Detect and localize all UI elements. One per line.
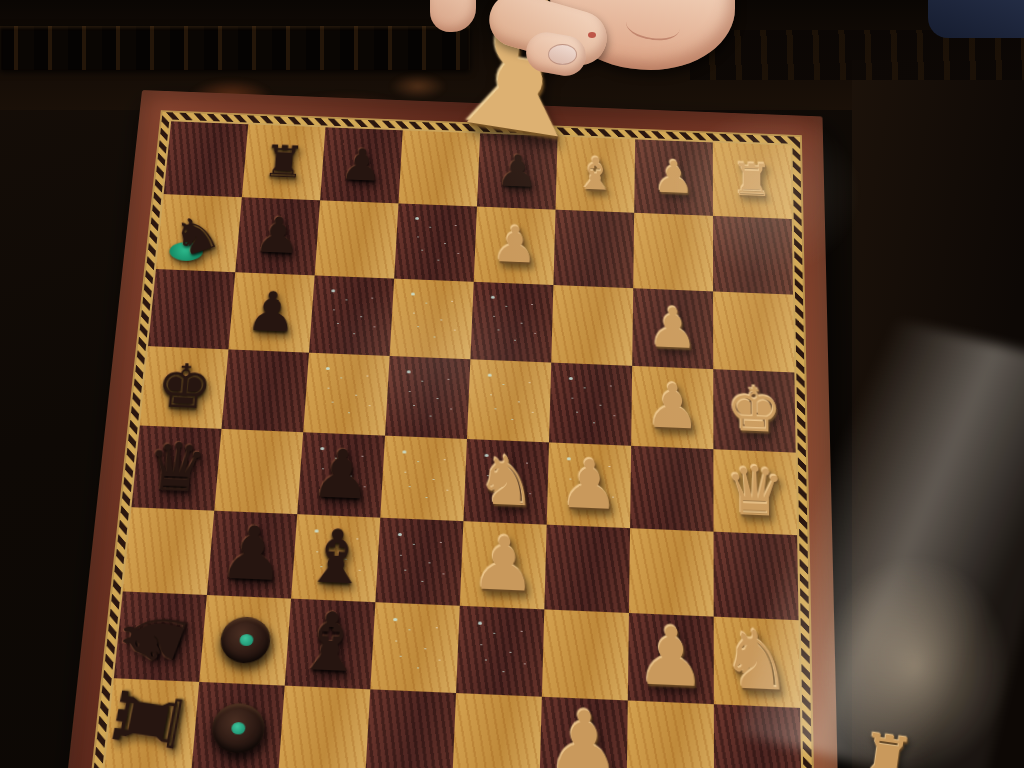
black-rook-a8[interactable]: ♜ bbox=[105, 678, 200, 768]
black-rook-h7[interactable]: ♜ bbox=[242, 124, 326, 200]
black-queen-d8[interactable]: ♛ bbox=[131, 425, 221, 510]
square-b4[interactable] bbox=[456, 606, 544, 697]
upside-down-pawn-base bbox=[219, 616, 272, 665]
square-g1[interactable] bbox=[713, 216, 793, 295]
clothing-corner bbox=[928, 0, 1024, 38]
white-pawn-b2[interactable]: ♟ bbox=[628, 613, 714, 704]
square-a1[interactable] bbox=[714, 704, 802, 768]
playing-area-border: ♚♛♜♞♞♝♟♟♟♟♟♟♟♟♚♛♜♜♞♞♝♝♟♟♟♟♟♟ bbox=[102, 119, 803, 768]
chess-photo-scene: ♚♛♜♞♞♝♟♟♟♟♟♟♟♟♚♛♜♜♞♞♝♝♟♟♟♟♟♟ ♜ ♝ bbox=[0, 0, 1024, 768]
white-queen-d1[interactable]: ♛ bbox=[713, 449, 797, 535]
square-h8[interactable] bbox=[164, 121, 249, 197]
square-c3[interactable] bbox=[544, 525, 630, 613]
black-king-e8[interactable]: ♚ bbox=[140, 346, 229, 429]
square-g3[interactable] bbox=[553, 210, 634, 289]
chess-board: ♚♛♜♞♞♝♟♟♟♟♟♟♟♟♚♛♜♜♞♞♝♝♟♟♟♟♟♟ bbox=[64, 90, 839, 768]
white-pawn-e2[interactable]: ♟ bbox=[631, 366, 713, 449]
square-f5[interactable] bbox=[390, 279, 474, 360]
square-f3[interactable] bbox=[551, 285, 633, 366]
upside-down-pawn-base bbox=[210, 702, 266, 754]
square-c1[interactable] bbox=[714, 532, 799, 621]
white-knight-d4[interactable]: ♞ bbox=[463, 439, 549, 525]
held-white-bishop[interactable]: ♝ bbox=[420, 0, 625, 194]
square-d5[interactable] bbox=[380, 436, 467, 522]
black-bishop-c6[interactable]: ♝ bbox=[291, 514, 380, 602]
black-pawn-b7[interactable] bbox=[199, 595, 291, 686]
square-f1[interactable] bbox=[713, 291, 794, 372]
square-c8[interactable] bbox=[123, 507, 215, 595]
black-pawn-d6[interactable]: ♟ bbox=[297, 432, 385, 517]
square-a6[interactable] bbox=[278, 686, 370, 768]
square-e5[interactable] bbox=[385, 356, 470, 439]
square-c2[interactable] bbox=[629, 528, 714, 616]
black-knight-g8[interactable]: ♞ bbox=[156, 194, 242, 272]
square-e6[interactable] bbox=[303, 353, 389, 436]
rope-inlay-border: ♚♛♜♞♞♝♟♟♟♟♟♟♟♟♚♛♜♜♞♞♝♝♟♟♟♟♟♟ bbox=[90, 110, 814, 768]
white-king-e1[interactable]: ♚ bbox=[713, 369, 795, 452]
black-bishop-b6[interactable]: ♝ bbox=[285, 599, 376, 690]
white-knight-b1[interactable]: ♞ bbox=[714, 617, 800, 708]
square-b5[interactable] bbox=[370, 602, 459, 693]
black-pawn-a7[interactable] bbox=[191, 682, 284, 768]
square-c5[interactable] bbox=[375, 518, 463, 606]
square-a4[interactable] bbox=[452, 693, 542, 768]
board-grid: ♚♛♜♞♞♝♟♟♟♟♟♟♟♟♚♛♜♜♞♞♝♝♟♟♟♟♟♟ bbox=[105, 121, 802, 768]
black-pawn-h6[interactable]: ♟ bbox=[320, 127, 403, 203]
square-e3[interactable] bbox=[549, 363, 632, 446]
table-right-side bbox=[852, 60, 1024, 768]
square-a5[interactable] bbox=[365, 689, 456, 768]
square-d2[interactable] bbox=[630, 446, 713, 532]
white-pawn-f2[interactable]: ♟ bbox=[632, 288, 713, 369]
white-pawn-a3[interactable]: ♟ bbox=[539, 697, 627, 768]
black-pawn-g7[interactable]: ♟ bbox=[235, 197, 320, 275]
white-pawn-h2[interactable]: ♟ bbox=[634, 139, 713, 215]
square-a2[interactable] bbox=[627, 700, 714, 768]
square-g5[interactable] bbox=[394, 203, 477, 281]
white-pawn-g4[interactable]: ♟ bbox=[474, 207, 556, 285]
square-g6[interactable] bbox=[315, 200, 399, 278]
square-f8[interactable] bbox=[148, 269, 235, 349]
square-f4[interactable] bbox=[470, 282, 553, 363]
board-frame: ♚♛♜♞♞♝♟♟♟♟♟♟♟♟♚♛♜♜♞♞♝♝♟♟♟♟♟♟ bbox=[64, 90, 839, 768]
black-pawn-c7[interactable]: ♟ bbox=[207, 511, 297, 599]
square-d7[interactable] bbox=[214, 429, 303, 514]
white-pawn-c4[interactable]: ♟ bbox=[460, 521, 547, 609]
square-e4[interactable] bbox=[467, 359, 551, 442]
black-knight-b8[interactable]: ♞ bbox=[114, 591, 207, 681]
white-pawn-d3[interactable]: ♟ bbox=[547, 442, 631, 528]
white-rook-h1[interactable]: ♜ bbox=[713, 142, 792, 219]
square-e7[interactable] bbox=[221, 349, 309, 432]
black-pawn-f7[interactable]: ♟ bbox=[228, 272, 314, 352]
square-g2[interactable] bbox=[633, 213, 713, 292]
square-b3[interactable] bbox=[542, 609, 629, 700]
square-f6[interactable] bbox=[309, 275, 394, 356]
